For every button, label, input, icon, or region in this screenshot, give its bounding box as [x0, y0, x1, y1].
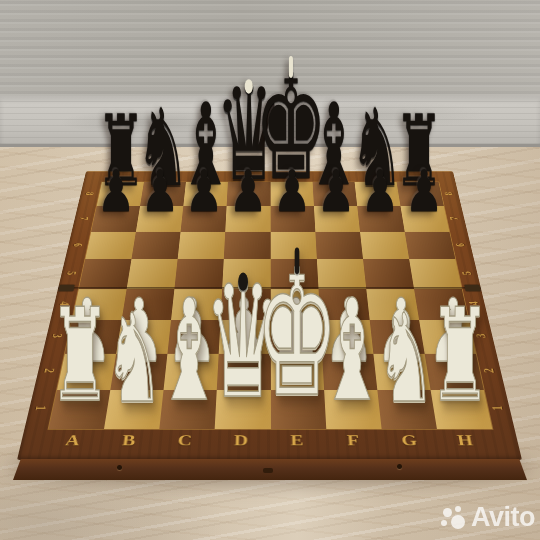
square-h4 [414, 289, 469, 320]
square-f8 [312, 182, 357, 206]
square-h8 [396, 182, 443, 206]
square-e2 [270, 354, 323, 390]
file-label-d: D [213, 432, 269, 448]
square-g5 [363, 259, 414, 288]
file-label-a: A [43, 432, 102, 448]
avito-text: Avito [471, 504, 535, 531]
square-h5 [409, 259, 462, 288]
square-a7 [91, 206, 140, 232]
square-d8 [227, 182, 270, 206]
square-g6 [360, 232, 409, 259]
square-d6 [224, 232, 270, 259]
square-a1 [49, 390, 111, 429]
square-g1 [377, 390, 437, 429]
square-c3 [168, 320, 221, 354]
square-a8 [97, 182, 144, 206]
square-c5 [175, 259, 224, 288]
board-grid [48, 182, 494, 430]
square-f1 [324, 390, 382, 429]
wall [0, 0, 540, 96]
square-f7 [314, 206, 360, 232]
square-f5 [317, 259, 366, 288]
square-f6 [315, 232, 363, 259]
chess-board: ABCDEFGH 87654321 87654321 [17, 171, 522, 460]
square-c1 [160, 390, 218, 429]
board-hinge-seam [58, 287, 481, 289]
square-b4 [122, 289, 175, 320]
square-c8 [184, 182, 229, 206]
square-b7 [136, 206, 184, 232]
board-surface: ABCDEFGH 87654321 87654321 [17, 171, 522, 460]
latch-icon [263, 468, 273, 473]
square-b8 [140, 182, 186, 206]
square-a3 [65, 320, 122, 354]
square-f4 [318, 289, 369, 320]
square-e1 [270, 390, 325, 429]
square-e8 [270, 182, 313, 206]
square-b3 [116, 320, 171, 354]
square-c2 [164, 354, 219, 390]
square-h2 [424, 354, 483, 390]
square-h1 [430, 390, 492, 429]
square-e4 [270, 289, 320, 320]
square-h7 [400, 206, 449, 232]
board-edge-side [13, 459, 527, 480]
square-a6 [85, 232, 136, 259]
square-a5 [79, 259, 132, 288]
square-f3 [320, 320, 373, 354]
square-b2 [110, 354, 167, 390]
square-g4 [366, 289, 419, 320]
square-h6 [405, 232, 456, 259]
square-b5 [127, 259, 178, 288]
square-c6 [178, 232, 226, 259]
square-e3 [270, 320, 321, 354]
square-g7 [357, 206, 405, 232]
square-d4 [221, 289, 271, 320]
square-g2 [373, 354, 430, 390]
square-e6 [270, 232, 316, 259]
screw-icon [397, 464, 402, 469]
avito-logo-icon [441, 505, 466, 531]
square-c4 [171, 289, 222, 320]
square-g3 [369, 320, 424, 354]
square-f2 [322, 354, 377, 390]
square-h3 [419, 320, 476, 354]
file-label-g: G [381, 432, 439, 448]
chess-set-photo: ABCDEFGH 87654321 87654321 ♜♞♝♛♚♝♞♜♟♟♟♟♟… [0, 0, 540, 540]
square-b1 [104, 390, 164, 429]
square-d7 [226, 206, 271, 232]
file-label-b: B [100, 432, 158, 448]
file-label-f: F [325, 432, 382, 448]
square-d2 [217, 354, 270, 390]
square-e5 [270, 259, 318, 288]
square-g8 [354, 182, 400, 206]
file-label-h: H [436, 432, 495, 448]
square-a2 [57, 354, 116, 390]
avito-watermark: Avito [441, 504, 535, 531]
file-label-e: E [270, 432, 326, 448]
square-a4 [72, 289, 127, 320]
square-c7 [181, 206, 227, 232]
square-d3 [219, 320, 270, 354]
square-b6 [132, 232, 181, 259]
square-e7 [270, 206, 315, 232]
baseboard [0, 96, 540, 147]
screw-icon [117, 465, 122, 470]
square-d5 [222, 259, 270, 288]
file-label-c: C [156, 432, 213, 448]
square-d1 [215, 390, 270, 429]
